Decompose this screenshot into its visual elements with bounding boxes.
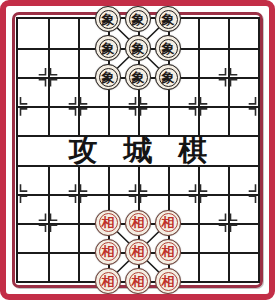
piece-glyph: 象 (132, 13, 145, 26)
piece-inner-ring: 相 (99, 213, 118, 232)
piece-inner-ring: 相 (129, 242, 148, 261)
piece-glyph: 相 (102, 216, 115, 229)
piece-black-elephant[interactable]: 象 (155, 35, 181, 61)
piece-inner-ring: 相 (159, 242, 178, 261)
xiangqi-screenshot: 攻 城 棋 象象象象象象象象象相相相相相相相相相 (0, 0, 275, 300)
piece-inner-ring: 象 (129, 10, 148, 29)
piece-glyph: 相 (132, 245, 145, 258)
piece-glyph: 象 (162, 42, 175, 55)
piece-glyph: 相 (132, 275, 145, 288)
piece-inner-ring: 相 (129, 213, 148, 232)
piece-red-elephant[interactable]: 相 (155, 210, 181, 236)
piece-glyph: 相 (162, 275, 175, 288)
piece-inner-ring: 象 (159, 10, 178, 29)
piece-red-elephant[interactable]: 相 (125, 210, 151, 236)
piece-glyph: 相 (162, 245, 175, 258)
piece-glyph: 象 (162, 13, 175, 26)
piece-glyph: 象 (132, 71, 145, 84)
piece-black-elephant[interactable]: 象 (125, 64, 151, 90)
piece-inner-ring: 象 (159, 39, 178, 58)
piece-black-elephant[interactable]: 象 (125, 35, 151, 61)
piece-glyph: 象 (132, 42, 145, 55)
piece-inner-ring: 相 (159, 213, 178, 232)
piece-black-elephant[interactable]: 象 (95, 64, 121, 90)
piece-inner-ring: 象 (99, 10, 118, 29)
piece-inner-ring: 相 (129, 272, 148, 291)
piece-glyph: 象 (102, 13, 115, 26)
piece-red-elephant[interactable]: 相 (95, 239, 121, 265)
piece-inner-ring: 象 (159, 68, 178, 87)
piece-black-elephant[interactable]: 象 (125, 6, 151, 32)
piece-black-elephant[interactable]: 象 (95, 35, 121, 61)
piece-inner-ring: 象 (99, 68, 118, 87)
piece-glyph: 象 (102, 42, 115, 55)
piece-inner-ring: 象 (129, 39, 148, 58)
piece-inner-ring: 相 (99, 242, 118, 261)
piece-red-elephant[interactable]: 相 (95, 268, 121, 294)
piece-glyph: 象 (162, 71, 175, 84)
piece-black-elephant[interactable]: 象 (155, 6, 181, 32)
piece-red-elephant[interactable]: 相 (95, 210, 121, 236)
piece-glyph: 相 (132, 216, 145, 229)
piece-glyph: 相 (102, 245, 115, 258)
piece-red-elephant[interactable]: 相 (125, 239, 151, 265)
piece-glyph: 相 (162, 216, 175, 229)
piece-inner-ring: 象 (129, 68, 148, 87)
piece-inner-ring: 相 (99, 272, 118, 291)
piece-red-elephant[interactable]: 相 (125, 268, 151, 294)
piece-glyph: 象 (102, 71, 115, 84)
piece-red-elephant[interactable]: 相 (155, 239, 181, 265)
piece-glyph: 相 (102, 275, 115, 288)
piece-inner-ring: 相 (159, 272, 178, 291)
piece-black-elephant[interactable]: 象 (95, 6, 121, 32)
piece-inner-ring: 象 (99, 39, 118, 58)
piece-red-elephant[interactable]: 相 (155, 268, 181, 294)
pieces-layer: 象象象象象象象象象相相相相相相相相相 (0, 0, 275, 300)
piece-black-elephant[interactable]: 象 (155, 64, 181, 90)
